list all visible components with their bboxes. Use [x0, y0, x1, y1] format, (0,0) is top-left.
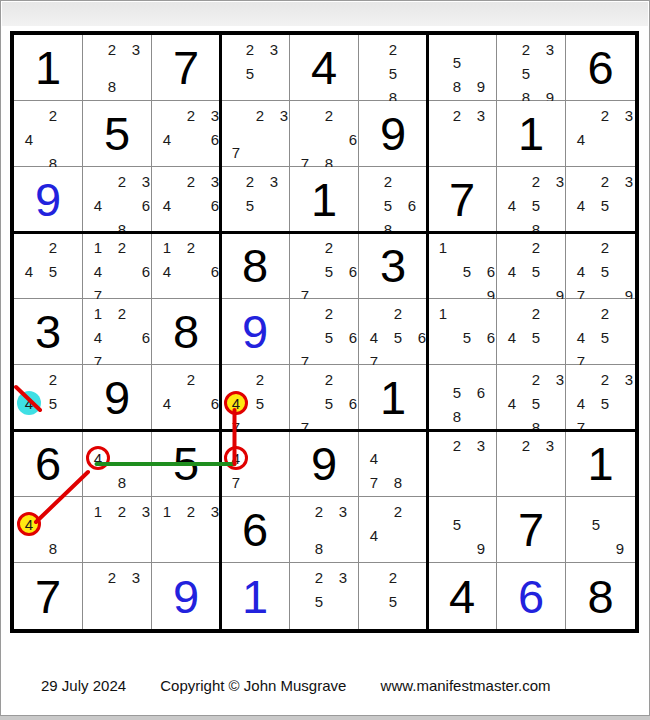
- pencil-mark-5: 5: [584, 512, 608, 536]
- pencil-mark-2: 2: [179, 103, 203, 127]
- pencil-mark-5: 5: [381, 61, 405, 85]
- cell-r3c5[interactable]: 1: [290, 167, 359, 233]
- pencil-mark-2: 2: [524, 169, 548, 193]
- cell-r8c5[interactable]: 238: [290, 497, 359, 563]
- pencil-grid: 2457: [566, 299, 635, 364]
- cell-r5c2[interactable]: 12467: [83, 299, 152, 365]
- pencil-grid: 245: [14, 365, 82, 430]
- pencil-grid: 23458: [497, 365, 565, 430]
- cell-r7c4[interactable]: 47: [221, 431, 290, 497]
- pencil-mark-2: 2: [386, 301, 410, 325]
- given-digit: 9: [83, 365, 151, 430]
- pencil-mark-8: 8: [41, 536, 65, 560]
- pencil-mark-2: 2: [317, 301, 341, 325]
- pencil-mark-2: 2: [376, 169, 400, 193]
- pencil-mark-2: 2: [386, 499, 410, 523]
- pencil-mark-6: 6: [469, 380, 493, 404]
- cell-r6c2[interactable]: 9: [83, 365, 152, 431]
- pencil-mark-9: 9: [469, 536, 493, 560]
- cell-r6c9[interactable]: 23457: [566, 365, 635, 431]
- box-divider-horizontal-2: [14, 429, 635, 432]
- pencil-mark-3: 3: [617, 367, 641, 391]
- cell-r3c2[interactable]: 23468: [83, 167, 152, 233]
- pencil-mark-2: 2: [238, 169, 262, 193]
- pencil-mark-2: 2: [524, 235, 548, 259]
- pencil-mark-2: 2: [445, 433, 469, 457]
- cell-r4c9[interactable]: 24579: [566, 233, 635, 299]
- cell-r2c3[interactable]: 2346: [152, 101, 221, 167]
- pencil-mark-5: 5: [317, 259, 341, 283]
- pencil-mark-3: 3: [617, 103, 641, 127]
- pencil-mark-2: 2: [179, 499, 203, 523]
- pencil-grid: 12467: [83, 233, 151, 298]
- pencil-mark-5: 5: [524, 259, 548, 283]
- pencil-mark-2: 2: [238, 37, 262, 61]
- cell-r8c9[interactable]: 59: [566, 497, 635, 563]
- pencil-grid: 23: [428, 101, 496, 166]
- pencil-mark-5: 5: [524, 193, 548, 217]
- cell-r7c1[interactable]: 6: [14, 431, 83, 497]
- pencil-grid: 248: [14, 101, 82, 166]
- pencil-grid: 47: [221, 431, 289, 496]
- cell-r5c5[interactable]: 2567: [290, 299, 359, 365]
- pencil-grid: 246: [152, 365, 220, 430]
- pencil-grid: 23: [428, 431, 496, 496]
- cell-r1c1[interactable]: 1: [14, 35, 83, 101]
- pencil-mark-4: 4: [362, 325, 386, 349]
- cell-r8c4[interactable]: 6: [221, 497, 290, 563]
- pencil-mark-2: 2: [100, 565, 124, 589]
- pencil-mark-2: 2: [381, 37, 405, 61]
- pencil-mark-8: 8: [110, 470, 134, 494]
- pencil-mark-8: 8: [386, 470, 410, 494]
- cell-r8c8[interactable]: 7: [497, 497, 566, 563]
- given-digit: 6: [14, 431, 82, 496]
- box-divider-vertical-2: [426, 35, 429, 629]
- pencil-mark-4: 4: [86, 193, 110, 217]
- pencil-mark-8: 8: [445, 74, 469, 98]
- cell-r2c4[interactable]: 237: [221, 101, 290, 167]
- cell-r3c6[interactable]: 2568: [359, 167, 428, 233]
- cell-r7c5[interactable]: 9: [290, 431, 359, 497]
- pencil-mark-4: 4: [569, 391, 593, 415]
- pencil-grid: 238: [290, 497, 358, 562]
- pencil-mark-4: 4: [155, 193, 179, 217]
- given-digit: 4: [290, 35, 358, 100]
- pencil-mark-4: 4: [569, 259, 593, 283]
- pencil-mark-2: 2: [248, 367, 272, 391]
- pencil-grid: 234: [566, 101, 635, 166]
- cell-r7c2[interactable]: 48: [83, 431, 152, 497]
- pencil-grid: 2567: [290, 299, 358, 364]
- pencil-mark-7: 7: [224, 140, 248, 164]
- pencil-mark-4: 4: [17, 127, 41, 151]
- pencil-mark-2: 2: [41, 235, 65, 259]
- solver-digit: 6: [497, 563, 565, 629]
- pencil-grid: 2678: [290, 101, 358, 166]
- pencil-mark-5: 5: [41, 391, 65, 415]
- pencil-mark-4-highlighted: 4: [17, 391, 41, 415]
- pencil-mark-8: 8: [307, 536, 331, 560]
- pencil-mark-4: 4: [86, 325, 110, 349]
- cell-r4c8[interactable]: 2459: [497, 233, 566, 299]
- cell-r8c7[interactable]: 59: [428, 497, 497, 563]
- pencil-mark-4: 4: [569, 127, 593, 151]
- pencil-grid: 235: [221, 167, 289, 232]
- cell-r8c6[interactable]: 24: [359, 497, 428, 563]
- solver-digit: 9: [14, 167, 82, 232]
- pencil-mark-2: 2: [381, 565, 405, 589]
- cell-r3c7[interactable]: 7: [428, 167, 497, 233]
- cell-r6c7[interactable]: 568: [428, 365, 497, 431]
- pencil-mark-2: 2: [307, 565, 331, 589]
- footer: 29 July 2024 Copyright © John Musgrave w…: [41, 677, 581, 694]
- pencil-grid: 24: [359, 497, 427, 562]
- pencil-grid: 24579: [566, 233, 635, 298]
- cell-r5c7[interactable]: 156: [428, 299, 497, 365]
- cell-r5c9[interactable]: 2457: [566, 299, 635, 365]
- pencil-grid: 23458: [497, 167, 565, 232]
- pencil-mark-2: 2: [317, 367, 341, 391]
- pencil-mark-5: 5: [455, 259, 479, 283]
- pencil-mark-9: 9: [469, 74, 493, 98]
- given-digit: 1: [566, 431, 635, 496]
- pencil-mark-3: 3: [331, 565, 355, 589]
- pencil-mark-3: 3: [124, 37, 148, 61]
- pencil-grid: 23457: [566, 365, 635, 430]
- pencil-mark-4: 4: [500, 391, 524, 415]
- pencil-mark-5: 5: [317, 391, 341, 415]
- cell-r6c1[interactable]: 245: [14, 365, 83, 431]
- pencil-mark-5: 5: [455, 325, 479, 349]
- cell-r6c8[interactable]: 23458: [497, 365, 566, 431]
- pencil-mark-1: 1: [155, 499, 179, 523]
- cell-r9c2[interactable]: 23: [83, 563, 152, 629]
- cell-r1c8[interactable]: 23589: [497, 35, 566, 101]
- pencil-grid: 2346: [152, 101, 220, 166]
- cell-r7c7[interactable]: 23: [428, 431, 497, 497]
- pencil-mark-3: 3: [469, 103, 493, 127]
- pencil-grid: 123: [83, 497, 151, 562]
- pencil-grid: 1246: [152, 233, 220, 298]
- cell-r7c3[interactable]: 5: [152, 431, 221, 497]
- window-shadow: [0, 716, 650, 720]
- cell-r3c1[interactable]: 9: [14, 167, 83, 233]
- cell-r5c3[interactable]: 8: [152, 299, 221, 365]
- pencil-grid: 24567: [359, 299, 427, 364]
- pencil-grid: 237: [221, 101, 289, 166]
- cell-r8c1[interactable]: 48: [14, 497, 83, 563]
- cell-r2c1[interactable]: 248: [14, 101, 83, 167]
- pencil-grid: 2568: [359, 167, 427, 232]
- cell-r6c6[interactable]: 1: [359, 365, 428, 431]
- pencil-grid: 2346: [152, 167, 220, 232]
- pencil-grid: 23: [497, 431, 565, 496]
- pencil-mark-2: 2: [110, 499, 134, 523]
- pencil-grid: 568: [428, 365, 496, 430]
- pencil-mark-9: 9: [608, 536, 632, 560]
- pencil-mark-2: 2: [524, 301, 548, 325]
- pencil-grid: 589: [428, 35, 496, 100]
- pencil-mark-3: 3: [262, 37, 286, 61]
- pencil-mark-1: 1: [86, 499, 110, 523]
- cell-r4c4[interactable]: 8: [221, 233, 290, 299]
- pencil-mark-5: 5: [524, 325, 548, 349]
- pencil-mark-4: 4: [500, 193, 524, 217]
- pencil-mark-4-highlighted: 4: [86, 446, 110, 470]
- pencil-grid: 48: [14, 497, 82, 562]
- cell-r7c9[interactable]: 1: [566, 431, 635, 497]
- pencil-grid: 235: [221, 35, 289, 100]
- cell-r5c4[interactable]: 9: [221, 299, 290, 365]
- pencil-mark-5: 5: [593, 391, 617, 415]
- pencil-grid: 1569: [428, 233, 496, 298]
- given-digit: 3: [359, 233, 427, 298]
- cell-r4c2[interactable]: 12467: [83, 233, 152, 299]
- pencil-mark-2: 2: [593, 235, 617, 259]
- pencil-mark-2: 2: [317, 103, 341, 127]
- cell-r9c9[interactable]: 8: [566, 563, 635, 629]
- cell-r1c6[interactable]: 258: [359, 35, 428, 101]
- cell-r1c3[interactable]: 7: [152, 35, 221, 101]
- pencil-grid: 156: [428, 299, 496, 364]
- pencil-mark-1: 1: [155, 235, 179, 259]
- cell-r9c3[interactable]: 9: [152, 563, 221, 629]
- solver-digit: 9: [152, 563, 220, 629]
- given-digit: 4: [428, 563, 496, 629]
- pencil-mark-4: 4: [155, 391, 179, 415]
- pencil-mark-5: 5: [593, 193, 617, 217]
- pencil-mark-1: 1: [431, 301, 455, 325]
- pencil-mark-4-highlighted: 4: [224, 446, 248, 470]
- cell-r9c4[interactable]: 1: [221, 563, 290, 629]
- pencil-grid: 23: [83, 563, 151, 629]
- pencil-mark-5: 5: [381, 589, 405, 613]
- pencil-mark-1: 1: [86, 301, 110, 325]
- cell-r6c3[interactable]: 246: [152, 365, 221, 431]
- pencil-grid: 2457: [221, 365, 289, 430]
- pencil-mark-2: 2: [593, 169, 617, 193]
- pencil-mark-5: 5: [41, 259, 65, 283]
- pencil-mark-2: 2: [41, 103, 65, 127]
- pencil-grid: 2459: [497, 233, 565, 298]
- pencil-mark-3: 3: [617, 169, 641, 193]
- pencil-grid: 2345: [566, 167, 635, 232]
- pencil-mark-5: 5: [524, 391, 548, 415]
- given-digit: 6: [566, 35, 635, 100]
- pencil-grid: 12467: [83, 299, 151, 364]
- cell-r3c4[interactable]: 235: [221, 167, 290, 233]
- cell-r3c3[interactable]: 2346: [152, 167, 221, 233]
- pencil-grid: 478: [359, 431, 427, 496]
- app-window: 1238723542585892358962485234623726789231…: [0, 0, 650, 716]
- cell-r1c7[interactable]: 589: [428, 35, 497, 101]
- pencil-mark-4: 4: [17, 259, 41, 283]
- solver-digit: 9: [221, 299, 289, 364]
- pencil-mark-2: 2: [524, 367, 548, 391]
- pencil-mark-2: 2: [593, 103, 617, 127]
- given-digit: 1: [359, 365, 427, 430]
- pencil-mark-2: 2: [110, 235, 134, 259]
- pencil-mark-7: 7: [224, 470, 248, 494]
- pencil-mark-5: 5: [593, 259, 617, 283]
- cell-r4c3[interactable]: 1246: [152, 233, 221, 299]
- pencil-mark-2: 2: [317, 235, 341, 259]
- cell-r6c4[interactable]: 2457: [221, 365, 290, 431]
- pencil-mark-7: 7: [362, 470, 386, 494]
- pencil-mark-5: 5: [445, 512, 469, 536]
- pencil-mark-5: 5: [238, 193, 262, 217]
- cell-r7c8[interactable]: 23: [497, 431, 566, 497]
- pencil-grid: 235: [290, 563, 358, 629]
- pencil-grid: 245: [14, 233, 82, 298]
- given-digit: 1: [497, 101, 565, 166]
- window-titlebar: [2, 2, 648, 26]
- given-digit: 5: [152, 431, 220, 496]
- sudoku-cells: 1238723542585892358962485234623726789231…: [14, 35, 635, 629]
- cell-r2c7[interactable]: 23: [428, 101, 497, 167]
- pencil-mark-8: 8: [445, 404, 469, 428]
- pencil-grid: 23468: [83, 167, 151, 232]
- pencil-mark-2: 2: [41, 367, 65, 391]
- cell-r2c5[interactable]: 2678: [290, 101, 359, 167]
- pencil-mark-5: 5: [248, 391, 272, 415]
- pencil-mark-5: 5: [445, 380, 469, 404]
- pencil-mark-4: 4: [569, 193, 593, 217]
- cell-r4c7[interactable]: 1569: [428, 233, 497, 299]
- sudoku-board: 1238723542585892358962485234623726789231…: [10, 31, 639, 633]
- pencil-mark-4-highlighted: 4: [17, 512, 41, 536]
- cell-r2c2[interactable]: 5: [83, 101, 152, 167]
- pencil-grid: 59: [566, 497, 635, 562]
- pencil-mark-3: 3: [538, 433, 562, 457]
- cell-r5c1[interactable]: 3: [14, 299, 83, 365]
- box-divider-vertical-1: [219, 35, 222, 629]
- pencil-grid: 48: [83, 431, 151, 496]
- pencil-mark-2: 2: [110, 169, 134, 193]
- given-digit: 9: [359, 101, 427, 166]
- pencil-mark-2: 2: [110, 301, 134, 325]
- cell-r1c5[interactable]: 4: [290, 35, 359, 101]
- pencil-mark-2: 2: [179, 367, 203, 391]
- pencil-mark-2: 2: [514, 37, 538, 61]
- cell-r9c6[interactable]: 25: [359, 563, 428, 629]
- given-digit: 8: [152, 299, 220, 364]
- box-divider-horizontal-1: [14, 231, 635, 234]
- cell-r8c2[interactable]: 123: [83, 497, 152, 563]
- solver-digit: 1: [221, 563, 289, 629]
- pencil-mark-4: 4: [362, 523, 386, 547]
- cell-r7c6[interactable]: 478: [359, 431, 428, 497]
- pencil-mark-2: 2: [179, 169, 203, 193]
- pencil-mark-2: 2: [593, 301, 617, 325]
- pencil-mark-5: 5: [593, 325, 617, 349]
- pencil-grid: 59: [428, 497, 496, 562]
- cell-r2c9[interactable]: 234: [566, 101, 635, 167]
- pencil-mark-6: 6: [400, 193, 424, 217]
- cell-r4c1[interactable]: 245: [14, 233, 83, 299]
- pencil-mark-4: 4: [155, 127, 179, 151]
- given-digit: 7: [497, 497, 565, 562]
- cell-r3c8[interactable]: 23458: [497, 167, 566, 233]
- pencil-grid: 258: [359, 35, 427, 100]
- cell-r5c8[interactable]: 245: [497, 299, 566, 365]
- cell-r5c6[interactable]: 24567: [359, 299, 428, 365]
- pencil-mark-3: 3: [124, 565, 148, 589]
- given-digit: 7: [14, 563, 82, 629]
- pencil-mark-2: 2: [248, 103, 272, 127]
- cell-r1c2[interactable]: 238: [83, 35, 152, 101]
- given-digit: 9: [290, 431, 358, 496]
- pencil-mark-5: 5: [376, 193, 400, 217]
- cell-r6c5[interactable]: 2567: [290, 365, 359, 431]
- cell-r1c4[interactable]: 235: [221, 35, 290, 101]
- pencil-mark-1: 1: [86, 235, 110, 259]
- pencil-mark-3: 3: [262, 169, 286, 193]
- pencil-grid: 25: [359, 563, 427, 629]
- pencil-mark-4: 4: [500, 325, 524, 349]
- cell-r3c9[interactable]: 2345: [566, 167, 635, 233]
- pencil-mark-2: 2: [445, 103, 469, 127]
- given-digit: 8: [221, 233, 289, 298]
- pencil-mark-4: 4: [155, 259, 179, 283]
- cell-r2c8[interactable]: 1: [497, 101, 566, 167]
- pencil-grid: 123: [152, 497, 220, 562]
- pencil-mark-3: 3: [538, 37, 562, 61]
- pencil-mark-4-highlighted: 4: [224, 391, 248, 415]
- cell-r9c7[interactable]: 4: [428, 563, 497, 629]
- pencil-grid: 2567: [290, 365, 358, 430]
- pencil-mark-3: 3: [469, 433, 493, 457]
- pencil-mark-5: 5: [238, 61, 262, 85]
- pencil-mark-2: 2: [100, 37, 124, 61]
- pencil-mark-5: 5: [307, 589, 331, 613]
- pencil-mark-3: 3: [331, 499, 355, 523]
- pencil-mark-5: 5: [386, 325, 410, 349]
- pencil-mark-5: 5: [514, 61, 538, 85]
- cell-r1c9[interactable]: 6: [566, 35, 635, 101]
- cell-r8c3[interactable]: 123: [152, 497, 221, 563]
- pencil-mark-5: 5: [445, 50, 469, 74]
- cell-r9c5[interactable]: 235: [290, 563, 359, 629]
- pencil-mark-8: 8: [100, 74, 124, 98]
- cell-r9c1[interactable]: 7: [14, 563, 83, 629]
- cell-r4c5[interactable]: 2567: [290, 233, 359, 299]
- pencil-mark-4: 4: [569, 325, 593, 349]
- pencil-grid: 2567: [290, 233, 358, 298]
- cell-r9c8[interactable]: 6: [497, 563, 566, 629]
- given-digit: 5: [83, 101, 151, 166]
- pencil-mark-4: 4: [500, 259, 524, 283]
- given-digit: 1: [290, 167, 358, 232]
- pencil-mark-2: 2: [179, 235, 203, 259]
- pencil-grid: 23589: [497, 35, 565, 100]
- pencil-mark-1: 1: [431, 235, 455, 259]
- given-digit: 7: [152, 35, 220, 100]
- given-digit: 3: [14, 299, 82, 364]
- cell-r2c6[interactable]: 9: [359, 101, 428, 167]
- cell-r4c6[interactable]: 3: [359, 233, 428, 299]
- pencil-mark-4: 4: [86, 259, 110, 283]
- pencil-mark-4: 4: [362, 446, 386, 470]
- pencil-mark-2: 2: [593, 367, 617, 391]
- pencil-grid: 245: [497, 299, 565, 364]
- given-digit: 1: [14, 35, 82, 100]
- given-digit: 8: [566, 563, 635, 629]
- footer-date: 29 July 2024: [41, 677, 126, 694]
- given-digit: 7: [428, 167, 496, 232]
- pencil-mark-2: 2: [307, 499, 331, 523]
